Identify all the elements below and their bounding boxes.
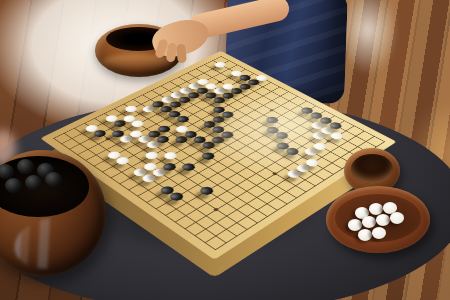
star-point bbox=[326, 140, 331, 143]
captured-white-stone bbox=[376, 214, 390, 226]
wooden-cup-interior bbox=[351, 154, 394, 183]
captured-white-stone bbox=[369, 203, 383, 215]
captured-white-stone bbox=[348, 219, 362, 231]
black-stone bbox=[197, 185, 216, 197]
star-point bbox=[218, 81, 222, 83]
bowl-black-stone bbox=[0, 164, 14, 179]
white-stone bbox=[143, 150, 161, 161]
player-finger bbox=[176, 44, 187, 64]
white-stone bbox=[123, 104, 140, 113]
black-stone bbox=[264, 115, 281, 125]
bowl-black-stone bbox=[25, 175, 42, 190]
bowl-black-stone bbox=[45, 172, 62, 187]
captured-white-stone bbox=[362, 216, 376, 228]
capture-dish-inner bbox=[335, 194, 420, 242]
captured-white-stone bbox=[390, 212, 404, 224]
captured-white-stone bbox=[372, 227, 386, 239]
star-point bbox=[106, 138, 110, 141]
black-stone-bowl-opening bbox=[0, 156, 89, 216]
black-stone bbox=[179, 162, 197, 173]
captured-white-stone bbox=[358, 229, 372, 241]
capture-dish bbox=[326, 186, 430, 253]
star-point bbox=[272, 172, 277, 175]
black-stone bbox=[199, 151, 217, 162]
bowl-black-stone bbox=[5, 178, 22, 193]
star-point bbox=[213, 208, 218, 211]
bowl-black-stone bbox=[17, 159, 34, 174]
white-stone bbox=[161, 150, 179, 161]
star-point bbox=[270, 109, 274, 111]
go-game-photo-scene bbox=[0, 0, 450, 300]
white-stone bbox=[212, 61, 228, 69]
